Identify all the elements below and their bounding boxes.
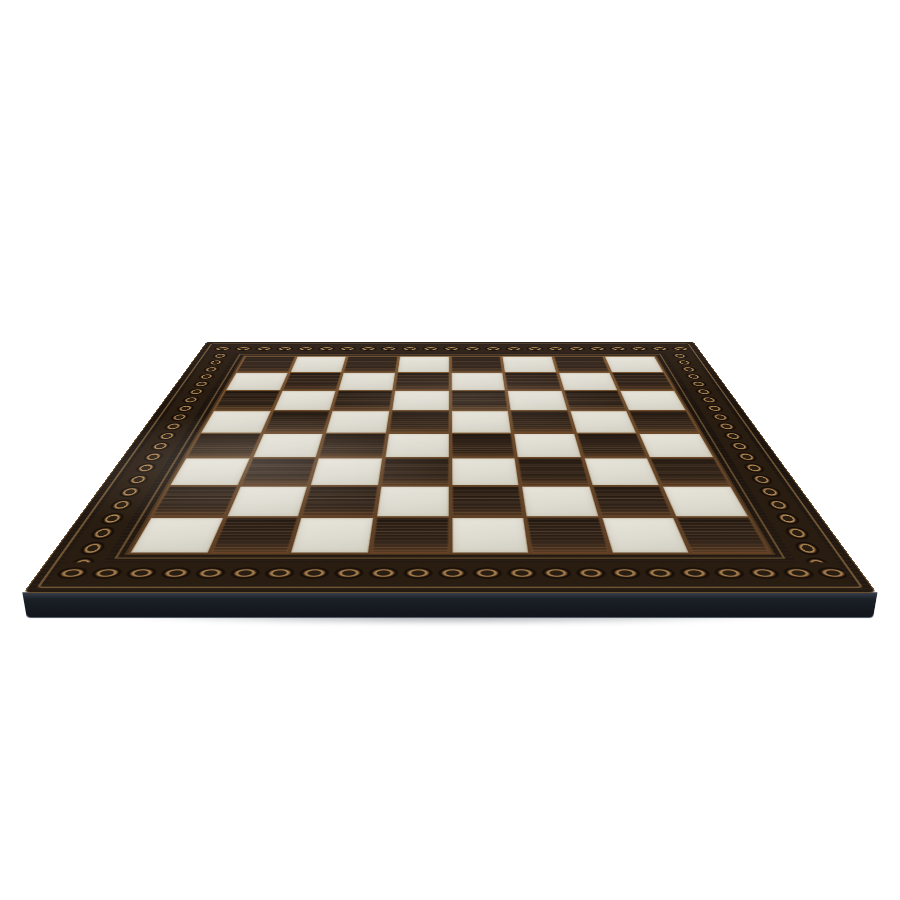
square-r2c8 [613, 373, 674, 390]
square-r1c7 [554, 357, 610, 373]
square-r2c7 [559, 373, 618, 390]
square-r7c7 [593, 486, 673, 516]
square-r2c3 [339, 373, 395, 390]
square-r6c2 [241, 458, 316, 485]
square-r1c3 [344, 357, 397, 373]
square-r3c2 [274, 391, 336, 410]
square-r5c2 [253, 434, 323, 458]
square-r5c6 [514, 434, 581, 458]
square-r7c4 [377, 486, 448, 516]
square-r3c4 [392, 391, 448, 410]
square-r3c3 [333, 391, 392, 410]
square-r6c5 [452, 458, 519, 485]
square-r7c8 [663, 486, 748, 516]
square-r7c3 [302, 486, 378, 516]
square-r1c5 [451, 357, 502, 373]
square-r4c4 [389, 411, 449, 432]
square-r6c1 [170, 458, 249, 485]
square-r6c4 [381, 458, 448, 485]
square-r2c5 [451, 373, 505, 390]
square-r4c3 [326, 411, 389, 432]
square-r1c1 [237, 357, 295, 373]
square-r4c1 [201, 411, 270, 432]
square-r4c2 [264, 411, 330, 432]
square-r6c3 [311, 458, 382, 485]
square-r5c1 [187, 434, 261, 458]
square-r3c8 [621, 391, 686, 410]
square-r1c6 [503, 357, 556, 373]
square-r5c5 [452, 434, 515, 458]
square-r3c7 [564, 391, 626, 410]
square-r3c5 [451, 391, 507, 410]
square-r8c6 [527, 518, 609, 552]
square-r5c3 [319, 434, 386, 458]
square-r8c4 [372, 518, 449, 552]
square-r2c4 [395, 373, 449, 390]
square-r2c2 [282, 373, 341, 390]
square-r3c6 [508, 391, 567, 410]
square-r1c8 [605, 357, 663, 373]
square-r6c8 [651, 458, 730, 485]
square-r8c1 [131, 518, 223, 552]
square-r5c4 [385, 434, 448, 458]
square-r5c7 [577, 434, 647, 458]
square-r4c5 [451, 411, 511, 432]
square-r7c2 [227, 486, 307, 516]
square-r4c7 [570, 411, 636, 432]
square-r8c7 [602, 518, 689, 552]
square-r7c5 [452, 486, 523, 516]
product-photo-canvas [0, 0, 900, 900]
square-r8c8 [677, 518, 769, 552]
square-r1c2 [290, 357, 346, 373]
square-r6c7 [584, 458, 659, 485]
square-r7c6 [522, 486, 598, 516]
square-r8c2 [211, 518, 298, 552]
square-r2c6 [505, 373, 561, 390]
ring-motif-band-far [209, 345, 690, 353]
square-r1c4 [398, 357, 449, 373]
square-r2c1 [226, 373, 287, 390]
square-r5c8 [640, 434, 714, 458]
square-r6c6 [518, 458, 589, 485]
square-r8c5 [452, 518, 529, 552]
board-perspective-scene [0, 0, 900, 900]
square-r4c8 [630, 411, 699, 432]
square-r3c1 [214, 391, 279, 410]
board-front-edge [22, 592, 877, 618]
chess-board [23, 342, 877, 593]
square-r8c3 [291, 518, 373, 552]
square-r7c1 [152, 486, 237, 516]
square-r4c6 [511, 411, 574, 432]
